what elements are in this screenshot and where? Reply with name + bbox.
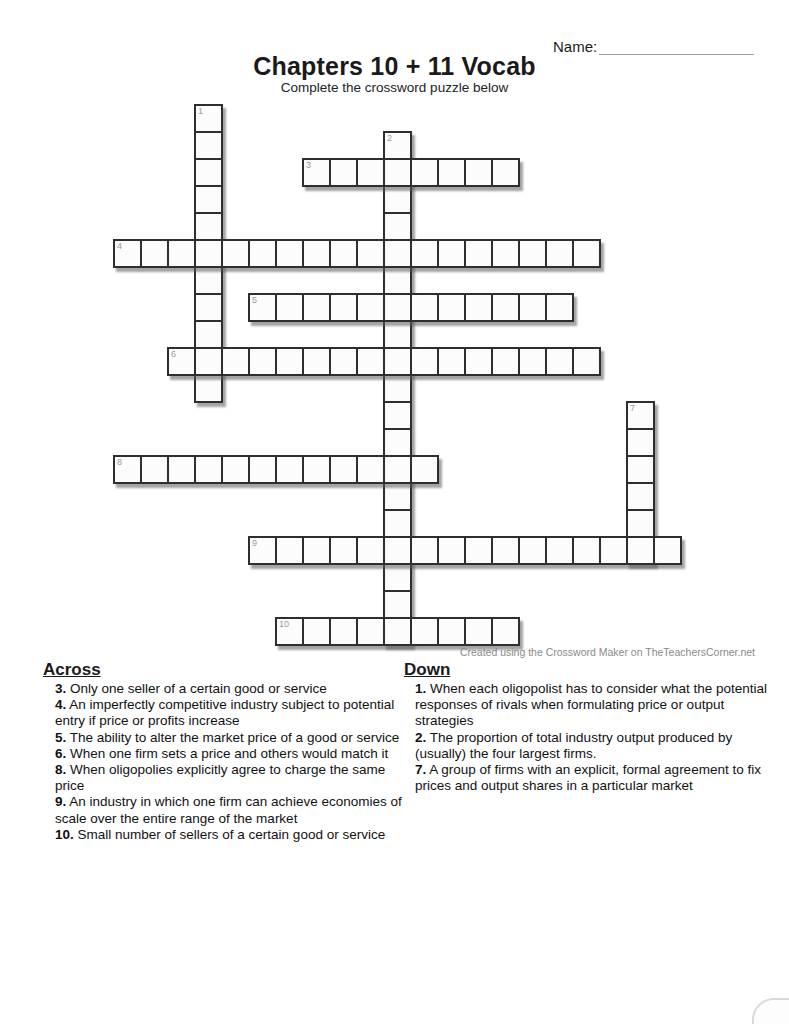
grid-cell[interactable]	[383, 617, 412, 646]
grid-cell[interactable]	[383, 185, 412, 214]
grid-cell[interactable]	[329, 536, 358, 565]
word-block-5-across: 5	[248, 293, 574, 322]
grid-cell[interactable]	[329, 347, 358, 376]
grid-cell[interactable]	[545, 293, 574, 322]
grid-cell[interactable]	[599, 536, 628, 565]
grid-cell[interactable]	[140, 239, 169, 268]
grid-cell[interactable]	[518, 536, 547, 565]
grid-cell[interactable]	[383, 536, 412, 565]
grid-cell[interactable]	[302, 293, 331, 322]
grid-cell[interactable]	[302, 536, 331, 565]
grid-cell[interactable]	[383, 428, 412, 457]
clue-number-label: 2	[387, 133, 392, 143]
grid-cell[interactable]	[491, 536, 520, 565]
word-block-3-across: 3	[302, 158, 520, 187]
grid-cell[interactable]	[464, 239, 493, 268]
grid-cell[interactable]: 7	[626, 401, 655, 430]
grid-cell[interactable]	[329, 617, 358, 646]
clue-item: 7. A group of firms with an explicit, fo…	[415, 762, 773, 794]
grid-cell[interactable]	[167, 455, 196, 484]
grid-cell[interactable]	[194, 212, 223, 241]
grid-cell[interactable]	[464, 158, 493, 187]
grid-cell[interactable]	[491, 158, 520, 187]
word-block-6-across: 6	[167, 347, 601, 376]
grid-cell[interactable]	[275, 455, 304, 484]
grid-cell[interactable]	[194, 455, 223, 484]
grid-cell[interactable]: 10	[275, 617, 304, 646]
clue-item: 10. Small number of sellers of a certain…	[55, 827, 407, 843]
clue-number-label: 10	[279, 619, 289, 629]
grid-cell[interactable]	[410, 617, 439, 646]
clue-item-number: 10.	[55, 827, 74, 842]
grid-cell[interactable]	[464, 347, 493, 376]
grid-cell[interactable]	[194, 185, 223, 214]
grid-cell[interactable]: 4	[113, 239, 142, 268]
grid-cell[interactable]	[626, 455, 655, 484]
grid-cell[interactable]: 5	[248, 293, 277, 322]
grid-cell[interactable]: 8	[113, 455, 142, 484]
grid-cell[interactable]	[221, 455, 250, 484]
clue-item-number: 2.	[415, 730, 426, 745]
grid-cell[interactable]	[518, 293, 547, 322]
grid-cell[interactable]	[545, 239, 574, 268]
grid-cell[interactable]	[383, 320, 412, 349]
grid-cell[interactable]	[194, 158, 223, 187]
grid-cell[interactable]	[383, 374, 412, 403]
grid-cell[interactable]	[275, 239, 304, 268]
grid-cell[interactable]	[383, 239, 412, 268]
grid-cell[interactable]	[464, 536, 493, 565]
grid-cell[interactable]	[410, 239, 439, 268]
grid-cell[interactable]	[626, 509, 655, 538]
grid-cell[interactable]	[491, 347, 520, 376]
grid-cell[interactable]	[248, 347, 277, 376]
clue-number-label: 8	[117, 457, 122, 467]
grid-cell[interactable]	[464, 617, 493, 646]
clue-item-number: 8.	[55, 762, 66, 777]
clue-number-label: 5	[252, 295, 257, 305]
grid-cell[interactable]	[545, 347, 574, 376]
grid-cell[interactable]	[248, 455, 277, 484]
grid-cell[interactable]	[491, 617, 520, 646]
grid-cell[interactable]	[383, 401, 412, 430]
grid-cell[interactable]	[194, 239, 223, 268]
clue-item: 1. When each oligopolist has to consider…	[415, 681, 773, 730]
grid-cell[interactable]	[194, 266, 223, 295]
grid-cell[interactable]	[302, 455, 331, 484]
word-block-4-across: 4	[113, 239, 601, 268]
clue-item-number: 7.	[415, 762, 426, 777]
grid-cell[interactable]	[356, 158, 385, 187]
grid-cell[interactable]	[383, 347, 412, 376]
grid-cell[interactable]	[356, 455, 385, 484]
grid-cell[interactable]	[383, 509, 412, 538]
grid-cell[interactable]	[410, 347, 439, 376]
grid-cell[interactable]	[248, 239, 277, 268]
grid-cell[interactable]	[572, 347, 601, 376]
grid-cell[interactable]	[437, 158, 466, 187]
grid-cell[interactable]: 9	[248, 536, 277, 565]
grid-cell[interactable]	[302, 347, 331, 376]
grid-cell[interactable]	[437, 293, 466, 322]
grid-cell[interactable]	[194, 293, 223, 322]
grid-cell[interactable]: 6	[167, 347, 196, 376]
clue-item-number: 1.	[415, 681, 426, 696]
across-heading: Across	[43, 660, 101, 680]
grid-cell[interactable]	[167, 239, 196, 268]
grid-cell[interactable]	[464, 293, 493, 322]
grid-cell[interactable]	[194, 320, 223, 349]
grid-cell[interactable]	[356, 347, 385, 376]
across-clue-list: 3. Only one seller of a certain good or …	[55, 681, 407, 843]
grid-cell[interactable]	[383, 482, 412, 511]
grid-cell[interactable]	[356, 239, 385, 268]
grid-cell[interactable]	[626, 482, 655, 511]
clue-item-number: 9.	[55, 794, 66, 809]
grid-cell[interactable]	[329, 158, 358, 187]
grid-cell[interactable]	[383, 455, 412, 484]
word-block-10-across: 10	[275, 617, 520, 646]
clue-number-label: 9	[252, 538, 257, 548]
clue-item: 3. Only one seller of a certain good or …	[55, 681, 407, 697]
grid-cell[interactable]	[491, 239, 520, 268]
grid-cell[interactable]	[356, 293, 385, 322]
grid-cell[interactable]	[410, 455, 439, 484]
grid-cell[interactable]	[491, 293, 520, 322]
grid-cell[interactable]	[410, 293, 439, 322]
grid-cell[interactable]	[437, 239, 466, 268]
clue-number-label: 3	[306, 160, 311, 170]
grid-cell[interactable]	[275, 347, 304, 376]
grid-cell[interactable]	[356, 536, 385, 565]
grid-cell[interactable]	[626, 536, 655, 565]
clue-item: 9. An industry in which one firm can ach…	[55, 794, 407, 826]
grid-cell[interactable]	[437, 347, 466, 376]
grid-cell[interactable]	[383, 293, 412, 322]
credit-line: Created using the Crossword Maker on The…	[0, 646, 755, 658]
grid-cell[interactable]	[518, 347, 547, 376]
grid-cell[interactable]	[437, 617, 466, 646]
worksheet-page: Name: Chapters 10 + 11 Vocab Complete th…	[0, 0, 789, 1024]
grid-cell[interactable]	[275, 536, 304, 565]
word-block-9-across: 9	[248, 536, 682, 565]
down-heading: Down	[404, 660, 450, 680]
grid-cell[interactable]	[653, 536, 682, 565]
down-clue-list: 1. When each oligopolist has to consider…	[415, 681, 773, 794]
grid-cell[interactable]	[329, 239, 358, 268]
grid-cell[interactable]	[545, 536, 574, 565]
grid-cell[interactable]	[221, 347, 250, 376]
grid-cell[interactable]	[626, 428, 655, 457]
grid-cell[interactable]	[572, 239, 601, 268]
grid-cell[interactable]	[302, 617, 331, 646]
grid-cell[interactable]	[383, 266, 412, 295]
clue-item: 8. When oligopolies explicitly agree to …	[55, 762, 407, 794]
clue-item-number: 6.	[55, 746, 66, 761]
grid-cell[interactable]	[221, 239, 250, 268]
clue-item-number: 4.	[55, 697, 66, 712]
grid-cell[interactable]: 2	[383, 131, 412, 160]
grid-cell[interactable]	[275, 293, 304, 322]
grid-cell[interactable]	[410, 158, 439, 187]
grid-cell[interactable]: 3	[302, 158, 331, 187]
clue-item-number: 5.	[55, 730, 66, 745]
clue-number-label: 1	[198, 106, 203, 116]
clue-item: 4. An imperfectly competitive industry s…	[55, 697, 407, 729]
grid-cell[interactable]	[572, 536, 601, 565]
clue-item: 2. The proportion of total industry outp…	[415, 730, 773, 762]
clue-number-label: 6	[171, 349, 176, 359]
grid-cell[interactable]	[383, 590, 412, 619]
grid-cell[interactable]	[329, 293, 358, 322]
grid-cell[interactable]	[302, 239, 331, 268]
word-block-2-down: 2	[383, 131, 412, 646]
grid-cell[interactable]	[383, 158, 412, 187]
grid-cell[interactable]	[356, 617, 385, 646]
clue-number-label: 7	[630, 403, 635, 413]
grid-cell[interactable]	[194, 347, 223, 376]
grid-cell[interactable]	[410, 536, 439, 565]
grid-cell[interactable]	[437, 536, 466, 565]
grid-cell[interactable]	[194, 131, 223, 160]
grid-cell[interactable]	[518, 239, 547, 268]
clue-number-label: 4	[117, 241, 122, 251]
grid-cell[interactable]	[140, 455, 169, 484]
crossword-grid: 12345678910	[0, 0, 789, 1024]
grid-cell[interactable]	[383, 212, 412, 241]
grid-cell[interactable]: 1	[194, 104, 223, 133]
grid-cell[interactable]	[383, 563, 412, 592]
clue-item-number: 3.	[55, 681, 66, 696]
grid-cell[interactable]	[329, 455, 358, 484]
word-block-8-across: 8	[113, 455, 439, 484]
grid-cell[interactable]	[194, 374, 223, 403]
clue-item: 5. The ability to alter the market price…	[55, 730, 407, 746]
clue-item: 6. When one firm sets a price and others…	[55, 746, 407, 762]
